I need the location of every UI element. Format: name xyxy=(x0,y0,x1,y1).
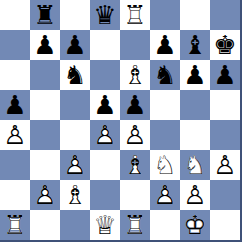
piece-white-pawn[interactable]: ♟♙ xyxy=(180,180,210,210)
square-g5[interactable] xyxy=(180,90,210,120)
piece-outline-layer: ♙ xyxy=(90,120,120,150)
piece-outline-layer: ♗ xyxy=(120,60,150,90)
piece-white-pawn[interactable]: ♟♙ xyxy=(150,180,180,210)
square-h7[interactable]: ♚ xyxy=(210,30,240,60)
square-b2[interactable]: ♟♙ xyxy=(30,180,60,210)
piece-white-bishop[interactable]: ♝♗ xyxy=(60,180,90,210)
square-g4[interactable] xyxy=(180,120,210,150)
square-e6[interactable]: ♝♗ xyxy=(120,60,150,90)
square-f8[interactable] xyxy=(150,0,180,30)
square-c8[interactable] xyxy=(60,0,90,30)
square-c7[interactable]: ♟ xyxy=(60,30,90,60)
chess-board-container: ♜♛♜♖♟♟♟♝♚♞♝♗♞♟♟♟♟♟♟♙♟♙♟♙♟♙♝♗♞♘♞♘♟♙♟♙♝♗♟♙… xyxy=(0,0,242,242)
square-e5[interactable]: ♟ xyxy=(120,90,150,120)
piece-glyph: ♜ xyxy=(30,0,60,30)
chess-board: ♜♛♜♖♟♟♟♝♚♞♝♗♞♟♟♟♟♟♟♙♟♙♟♙♟♙♝♗♞♘♞♘♟♙♟♙♝♗♟♙… xyxy=(0,0,242,242)
piece-black-pawn[interactable]: ♟ xyxy=(0,90,30,120)
piece-black-pawn[interactable]: ♟ xyxy=(90,90,120,120)
piece-outline-layer: ♕ xyxy=(90,210,120,240)
piece-outline-layer: ♗ xyxy=(120,150,150,180)
square-g8[interactable] xyxy=(180,0,210,30)
piece-white-knight[interactable]: ♞♘ xyxy=(180,150,210,180)
piece-outline-layer: ♙ xyxy=(150,180,180,210)
piece-black-king[interactable]: ♚ xyxy=(210,30,240,60)
piece-glyph: ♟ xyxy=(90,90,120,120)
piece-outline-layer: ♙ xyxy=(0,120,30,150)
piece-black-knight[interactable]: ♞ xyxy=(60,60,90,90)
square-h1[interactable] xyxy=(210,210,240,240)
square-f1[interactable] xyxy=(150,210,180,240)
square-b8[interactable]: ♜ xyxy=(30,0,60,30)
square-g2[interactable]: ♟♙ xyxy=(180,180,210,210)
square-c1[interactable] xyxy=(60,210,90,240)
piece-white-bishop[interactable]: ♝♗ xyxy=(120,150,150,180)
piece-glyph: ♟ xyxy=(30,30,60,60)
square-h4[interactable] xyxy=(210,120,240,150)
piece-white-rook[interactable]: ♜♖ xyxy=(0,210,30,240)
square-b7[interactable]: ♟ xyxy=(30,30,60,60)
square-c2[interactable]: ♝♗ xyxy=(60,180,90,210)
square-h5[interactable] xyxy=(210,90,240,120)
piece-outline-layer: ♔ xyxy=(180,210,210,240)
piece-white-pawn[interactable]: ♟♙ xyxy=(120,120,150,150)
piece-black-knight[interactable]: ♞ xyxy=(150,60,180,90)
square-f5[interactable] xyxy=(150,90,180,120)
piece-glyph: ♟ xyxy=(60,30,90,60)
piece-black-pawn[interactable]: ♟ xyxy=(60,30,90,60)
piece-white-bishop[interactable]: ♝♗ xyxy=(120,60,150,90)
square-h3[interactable]: ♟♙ xyxy=(210,150,240,180)
square-g3[interactable]: ♞♘ xyxy=(180,150,210,180)
square-c4[interactable] xyxy=(60,120,90,150)
piece-outline-layer: ♖ xyxy=(120,0,150,30)
square-e1[interactable]: ♜♖ xyxy=(120,210,150,240)
piece-outline-layer: ♗ xyxy=(60,180,90,210)
piece-outline-layer: ♖ xyxy=(120,210,150,240)
piece-glyph: ♞ xyxy=(60,60,90,90)
square-a8[interactable] xyxy=(0,0,30,30)
square-f4[interactable] xyxy=(150,120,180,150)
piece-glyph: ♛ xyxy=(90,0,120,30)
square-a6[interactable] xyxy=(0,60,30,90)
piece-outline-layer: ♘ xyxy=(180,150,210,180)
piece-black-pawn[interactable]: ♟ xyxy=(150,30,180,60)
piece-black-pawn[interactable]: ♟ xyxy=(180,60,210,90)
piece-glyph: ♟ xyxy=(150,30,180,60)
square-d5[interactable]: ♟ xyxy=(90,90,120,120)
square-e8[interactable]: ♜♖ xyxy=(120,0,150,30)
square-c3[interactable]: ♟♙ xyxy=(60,150,90,180)
square-b1[interactable] xyxy=(30,210,60,240)
square-a7[interactable] xyxy=(0,30,30,60)
piece-white-rook[interactable]: ♜♖ xyxy=(120,210,150,240)
square-d4[interactable]: ♟♙ xyxy=(90,120,120,150)
square-h8[interactable] xyxy=(210,0,240,30)
piece-glyph: ♟ xyxy=(210,60,240,90)
square-b3[interactable] xyxy=(30,150,60,180)
piece-black-bishop[interactable]: ♝ xyxy=(180,30,210,60)
square-c6[interactable]: ♞ xyxy=(60,60,90,90)
square-g6[interactable]: ♟ xyxy=(180,60,210,90)
square-f7[interactable]: ♟ xyxy=(150,30,180,60)
piece-white-king[interactable]: ♚♔ xyxy=(180,210,210,240)
square-f2[interactable]: ♟♙ xyxy=(150,180,180,210)
square-f6[interactable]: ♞ xyxy=(150,60,180,90)
square-g7[interactable]: ♝ xyxy=(180,30,210,60)
piece-white-pawn[interactable]: ♟♙ xyxy=(60,150,90,180)
piece-white-pawn[interactable]: ♟♙ xyxy=(90,120,120,150)
piece-white-pawn[interactable]: ♟♙ xyxy=(30,180,60,210)
piece-outline-layer: ♙ xyxy=(120,120,150,150)
piece-glyph: ♟ xyxy=(180,60,210,90)
piece-white-pawn[interactable]: ♟♙ xyxy=(0,120,30,150)
piece-outline-layer: ♖ xyxy=(0,210,30,240)
square-a1[interactable]: ♜♖ xyxy=(0,210,30,240)
piece-outline-layer: ♘ xyxy=(150,150,180,180)
square-d6[interactable] xyxy=(90,60,120,90)
square-e7[interactable] xyxy=(120,30,150,60)
square-a2[interactable] xyxy=(0,180,30,210)
piece-outline-layer: ♙ xyxy=(30,180,60,210)
square-d3[interactable] xyxy=(90,150,120,180)
square-d7[interactable] xyxy=(90,30,120,60)
piece-white-queen[interactable]: ♛♕ xyxy=(90,210,120,240)
square-d8[interactable]: ♛ xyxy=(90,0,120,30)
square-b5[interactable] xyxy=(30,90,60,120)
piece-white-rook[interactable]: ♜♖ xyxy=(120,0,150,30)
square-a4[interactable]: ♟♙ xyxy=(0,120,30,150)
piece-black-rook[interactable]: ♜ xyxy=(30,0,60,30)
square-d2[interactable] xyxy=(90,180,120,210)
square-b4[interactable] xyxy=(30,120,60,150)
square-h6[interactable]: ♟ xyxy=(210,60,240,90)
square-e2[interactable] xyxy=(120,180,150,210)
piece-black-pawn[interactable]: ♟ xyxy=(210,60,240,90)
piece-black-pawn[interactable]: ♟ xyxy=(120,90,150,120)
piece-outline-layer: ♙ xyxy=(60,150,90,180)
square-a3[interactable] xyxy=(0,150,30,180)
square-e4[interactable]: ♟♙ xyxy=(120,120,150,150)
square-a5[interactable]: ♟ xyxy=(0,90,30,120)
piece-black-pawn[interactable]: ♟ xyxy=(30,30,60,60)
piece-white-pawn[interactable]: ♟♙ xyxy=(210,150,240,180)
piece-outline-layer: ♙ xyxy=(210,150,240,180)
square-g1[interactable]: ♚♔ xyxy=(180,210,210,240)
piece-glyph: ♚ xyxy=(210,30,240,60)
square-b6[interactable] xyxy=(30,60,60,90)
square-f3[interactable]: ♞♘ xyxy=(150,150,180,180)
piece-white-knight[interactable]: ♞♘ xyxy=(150,150,180,180)
square-c5[interactable] xyxy=(60,90,90,120)
square-d1[interactable]: ♛♕ xyxy=(90,210,120,240)
piece-glyph: ♞ xyxy=(150,60,180,90)
piece-black-queen[interactable]: ♛ xyxy=(90,0,120,30)
piece-outline-layer: ♙ xyxy=(180,180,210,210)
piece-glyph: ♟ xyxy=(0,90,30,120)
square-e3[interactable]: ♝♗ xyxy=(120,150,150,180)
piece-glyph: ♟ xyxy=(120,90,150,120)
square-h2[interactable] xyxy=(210,180,240,210)
piece-glyph: ♝ xyxy=(180,30,210,60)
